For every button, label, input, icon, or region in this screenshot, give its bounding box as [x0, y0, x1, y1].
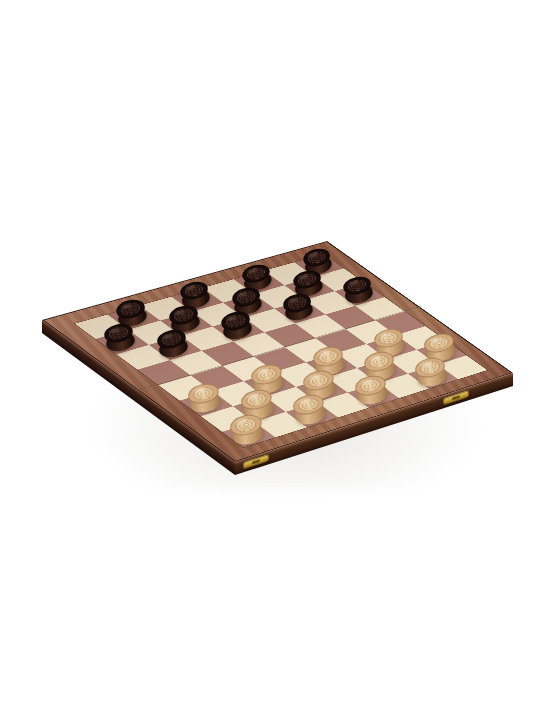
- product-photo-stage: ⛂⛂⛂⛂⛂⛂⛂⛂⛂⛂⛂⛂⛀⛀⛀⛀⛀⛀⛀⛀⛀⛀⛀⛀: [0, 0, 540, 720]
